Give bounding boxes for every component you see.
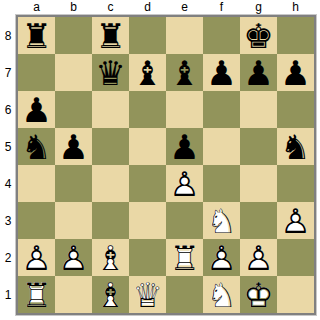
square-e5[interactable]: ♟ [166,128,203,165]
square-h4[interactable] [277,165,314,202]
black-knight[interactable]: ♞ [277,128,314,165]
square-d3[interactable] [129,202,166,239]
square-b5[interactable]: ♟ [55,128,92,165]
square-h8[interactable] [277,17,314,54]
square-g4[interactable] [240,165,277,202]
square-h6[interactable] [277,91,314,128]
white-pawn[interactable]: ♟ [240,239,277,276]
square-f4[interactable] [203,165,240,202]
square-f3[interactable]: ♞ [203,202,240,239]
square-b8[interactable] [55,17,92,54]
square-c5[interactable] [92,128,129,165]
white-king[interactable]: ♚ [240,276,277,313]
white-pawn[interactable]: ♟ [166,165,203,202]
white-pawn[interactable]: ♟ [277,202,314,239]
black-queen[interactable]: ♛ [92,54,129,91]
square-a1[interactable]: ♜ [18,276,55,313]
file-labels: abcdefgh [18,0,314,15]
chess-diagram: abcdefgh 87654321 ♜♜♚♛♝♝♟♟♟♟♞♟♟♞♟♞♟♟♟♝♜♟… [0,0,320,320]
white-pawn[interactable]: ♟ [55,239,92,276]
white-pawn[interactable]: ♟ [203,239,240,276]
white-bishop[interactable]: ♝ [92,239,129,276]
black-rook[interactable]: ♜ [92,17,129,54]
rank-label-1: 1 [0,276,16,313]
square-f6[interactable] [203,91,240,128]
square-g3[interactable] [240,202,277,239]
square-e4[interactable]: ♟ [166,165,203,202]
square-c4[interactable] [92,165,129,202]
square-g2[interactable]: ♟ [240,239,277,276]
black-king[interactable]: ♚ [240,17,277,54]
white-rook[interactable]: ♜ [18,276,55,313]
square-b6[interactable] [55,91,92,128]
rank-label-3: 3 [0,202,16,239]
file-label-d: d [129,0,166,15]
file-label-b: b [55,0,92,15]
square-d2[interactable] [129,239,166,276]
black-rook[interactable]: ♜ [18,17,55,54]
rank-label-5: 5 [0,128,16,165]
square-b1[interactable] [55,276,92,313]
square-h7[interactable]: ♟ [277,54,314,91]
square-g5[interactable] [240,128,277,165]
square-d8[interactable] [129,17,166,54]
black-pawn[interactable]: ♟ [203,54,240,91]
square-a7[interactable] [18,54,55,91]
file-label-a: a [18,0,55,15]
rank-label-4: 4 [0,165,16,202]
rank-labels: 87654321 [0,17,16,313]
square-b2[interactable]: ♟ [55,239,92,276]
square-h5[interactable]: ♞ [277,128,314,165]
square-c6[interactable] [92,91,129,128]
square-h1[interactable] [277,276,314,313]
square-e2[interactable]: ♜ [166,239,203,276]
square-e8[interactable] [166,17,203,54]
white-rook[interactable]: ♜ [166,239,203,276]
square-g8[interactable]: ♚ [240,17,277,54]
square-d7[interactable]: ♝ [129,54,166,91]
black-pawn[interactable]: ♟ [18,91,55,128]
black-bishop[interactable]: ♝ [166,54,203,91]
square-e7[interactable]: ♝ [166,54,203,91]
black-pawn[interactable]: ♟ [277,54,314,91]
square-a4[interactable] [18,165,55,202]
board: ♜♜♚♛♝♝♟♟♟♟♞♟♟♞♟♞♟♟♟♝♜♟♟♜♝♛♞♚ [16,15,316,315]
black-bishop[interactable]: ♝ [129,54,166,91]
white-knight[interactable]: ♞ [203,276,240,313]
square-c7[interactable]: ♛ [92,54,129,91]
square-b7[interactable] [55,54,92,91]
square-b3[interactable] [55,202,92,239]
black-knight[interactable]: ♞ [18,128,55,165]
white-bishop[interactable]: ♝ [92,276,129,313]
square-g1[interactable]: ♚ [240,276,277,313]
square-c3[interactable] [92,202,129,239]
square-f8[interactable] [203,17,240,54]
square-c8[interactable]: ♜ [92,17,129,54]
black-pawn[interactable]: ♟ [240,54,277,91]
white-knight[interactable]: ♞ [203,202,240,239]
white-pawn[interactable]: ♟ [18,239,55,276]
file-label-f: f [203,0,240,15]
square-d6[interactable] [129,91,166,128]
square-a6[interactable]: ♟ [18,91,55,128]
square-f7[interactable]: ♟ [203,54,240,91]
file-label-h: h [277,0,314,15]
square-h2[interactable] [277,239,314,276]
square-g7[interactable]: ♟ [240,54,277,91]
rank-label-7: 7 [0,54,16,91]
square-h3[interactable]: ♟ [277,202,314,239]
square-a5[interactable]: ♞ [18,128,55,165]
file-label-e: e [166,0,203,15]
file-label-g: g [240,0,277,15]
square-a2[interactable]: ♟ [18,239,55,276]
black-pawn[interactable]: ♟ [166,128,203,165]
square-b4[interactable] [55,165,92,202]
square-d5[interactable] [129,128,166,165]
square-d1[interactable]: ♛ [129,276,166,313]
square-a8[interactable]: ♜ [18,17,55,54]
square-c2[interactable]: ♝ [92,239,129,276]
rank-label-2: 2 [0,239,16,276]
square-c1[interactable]: ♝ [92,276,129,313]
square-f5[interactable] [203,128,240,165]
rank-label-8: 8 [0,17,16,54]
square-e6[interactable] [166,91,203,128]
square-d4[interactable] [129,165,166,202]
white-queen[interactable]: ♛ [129,276,166,313]
square-f1[interactable]: ♞ [203,276,240,313]
black-pawn[interactable]: ♟ [55,128,92,165]
rank-label-6: 6 [0,91,16,128]
square-g6[interactable] [240,91,277,128]
square-e1[interactable] [166,276,203,313]
square-e3[interactable] [166,202,203,239]
square-a3[interactable] [18,202,55,239]
square-f2[interactable]: ♟ [203,239,240,276]
file-label-c: c [92,0,129,15]
